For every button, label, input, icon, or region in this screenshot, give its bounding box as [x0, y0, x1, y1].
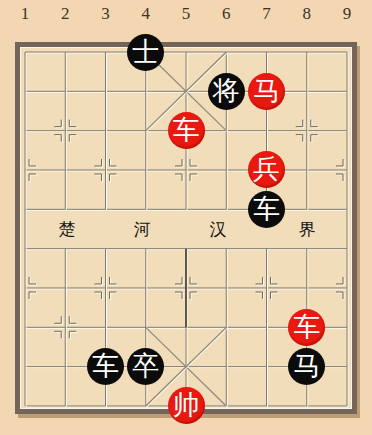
- piece-black-soldier[interactable]: 卒: [127, 348, 164, 385]
- piece-red-horse[interactable]: 马: [248, 73, 285, 110]
- column-label-4: 4: [126, 3, 166, 25]
- column-label-9: 9: [327, 3, 367, 25]
- column-label-1: 1: [5, 3, 45, 25]
- column-label-2: 2: [45, 3, 85, 25]
- xiangqi-app: { "game": "xiangqi", "board": { "column_…: [0, 0, 372, 435]
- column-label-8: 8: [287, 3, 327, 25]
- piece-black-advisor[interactable]: 士: [127, 34, 164, 71]
- piece-black-chariot-1[interactable]: 车: [248, 191, 285, 228]
- piece-red-chariot-1[interactable]: 车: [168, 112, 205, 149]
- piece-red-chariot-2[interactable]: 车: [288, 309, 325, 346]
- piece-layer: 士将马车兵车车车卒马帅: [5, 32, 367, 425]
- xiangqi-board[interactable]: 楚河汉界 士将马车兵车车车卒马帅: [15, 42, 357, 414]
- piece-black-general[interactable]: 将: [208, 73, 245, 110]
- column-label-3: 3: [85, 3, 125, 25]
- piece-red-soldier[interactable]: 兵: [248, 151, 285, 188]
- piece-black-horse[interactable]: 马: [288, 348, 325, 385]
- column-labels: 123456789: [5, 3, 367, 25]
- piece-red-general[interactable]: 帅: [168, 387, 205, 424]
- piece-black-chariot-2[interactable]: 车: [87, 348, 124, 385]
- column-label-7: 7: [246, 3, 286, 25]
- column-label-6: 6: [206, 3, 246, 25]
- column-label-5: 5: [166, 3, 206, 25]
